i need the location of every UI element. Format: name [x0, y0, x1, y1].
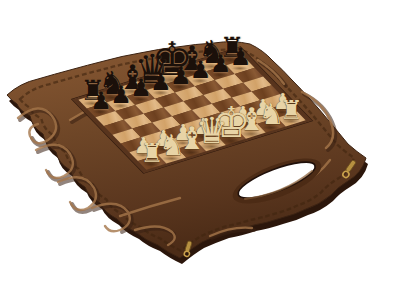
chessboard-product-photo: ♜♞♟♝♟♚♟♛♟♝♟♞♟♜♟♟♟♟♜♟♞♟♝♟♚♟♛♟♝♟♞♜: [0, 0, 400, 300]
